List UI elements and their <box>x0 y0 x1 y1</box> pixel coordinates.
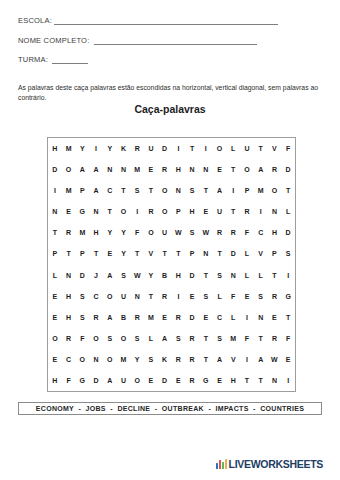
grid-cell-r9c11[interactable]: D <box>185 307 199 328</box>
grid-cell-r4c3[interactable]: G <box>75 201 89 222</box>
grid-cell-r10c11[interactable]: R <box>185 328 199 349</box>
grid-cell-r7c6[interactable]: S <box>117 265 131 286</box>
grid-cell-r9c5[interactable]: A <box>103 307 117 328</box>
grid-cell-r5c12[interactable]: W <box>199 222 213 243</box>
grid-cell-r4c5[interactable]: T <box>103 201 117 222</box>
grid-cell-r8c9[interactable]: R <box>158 286 172 307</box>
grid-cell-r3c10[interactable]: N <box>172 180 186 201</box>
worksheet-page: ESCOLA: NOME COMPLETO: TURMA: As palavra… <box>0 0 340 480</box>
grid-cell-r2c1[interactable]: D <box>48 159 62 180</box>
grid-cell-r3c17[interactable]: O <box>268 180 282 201</box>
grid-cell-r8c13[interactable]: L <box>213 286 227 307</box>
grid-cell-r12c5[interactable]: A <box>103 370 117 391</box>
grid-cell-r1c13[interactable]: O <box>213 138 227 159</box>
instructions-text: As palavras deste caça palavras estão es… <box>18 83 324 103</box>
grid-cell-r3c12[interactable]: T <box>199 180 213 201</box>
grid-cell-r9c2[interactable]: H <box>62 307 76 328</box>
grid-cell-r12c10[interactable]: E <box>172 370 186 391</box>
grid-cell-r12c7[interactable]: O <box>130 370 144 391</box>
grid-cell-r10c4[interactable]: O <box>89 328 103 349</box>
grid-cell-r9c7[interactable]: R <box>130 307 144 328</box>
grid-cell-r3c16[interactable]: M <box>254 180 268 201</box>
grid-cell-r1c6[interactable]: K <box>117 138 131 159</box>
grid-cell-r2c15[interactable]: O <box>240 159 254 180</box>
grid-cell-r7c3[interactable]: D <box>75 265 89 286</box>
grid-cell-r12c14[interactable]: H <box>226 370 240 391</box>
grid-cell-r11c6[interactable]: M <box>117 349 131 370</box>
grid-cell-r3c15[interactable]: P <box>240 180 254 201</box>
grid-cell-r7c18[interactable]: I <box>281 265 295 286</box>
grid-cell-r6c10[interactable]: T <box>172 243 186 264</box>
grid-cell-r5c10[interactable]: W <box>172 222 186 243</box>
grid-cell-r11c1[interactable]: E <box>48 349 62 370</box>
grid-cell-r4c17[interactable]: N <box>268 201 282 222</box>
grid-cell-r6c3[interactable]: P <box>75 243 89 264</box>
grid-cell-r9c10[interactable]: R <box>172 307 186 328</box>
grid-cell-r3c13[interactable]: A <box>213 180 227 201</box>
grid-cell-r2c9[interactable]: R <box>158 159 172 180</box>
grid-cell-r1c3[interactable]: Y <box>75 138 89 159</box>
grid-cell-r3c8[interactable]: T <box>144 180 158 201</box>
grid-cell-r3c18[interactable]: T <box>281 180 295 201</box>
grid-cell-r6c17[interactable]: P <box>268 243 282 264</box>
grid-cell-r4c6[interactable]: O <box>117 201 131 222</box>
grid-cell-r7c11[interactable]: D <box>185 265 199 286</box>
grid-cell-r4c2[interactable]: E <box>62 201 76 222</box>
grid-cell-r2c14[interactable]: T <box>226 159 240 180</box>
grid-cell-r7c4[interactable]: J <box>89 265 103 286</box>
grid-cell-r12c17[interactable]: N <box>268 370 282 391</box>
liveworksheets-logo[interactable]: LIVEWORKSHEETS <box>216 458 323 470</box>
grid-cell-r8c17[interactable]: R <box>268 286 282 307</box>
grid-cell-r3c6[interactable]: T <box>117 180 131 201</box>
grid-cell-r2c6[interactable]: N <box>117 159 131 180</box>
grid-cell-r11c9[interactable]: K <box>158 349 172 370</box>
grid-cell-r6c13[interactable]: T <box>213 243 227 264</box>
grid-cell-r12c15[interactable]: T <box>240 370 254 391</box>
grid-cell-r1c11[interactable]: T <box>185 138 199 159</box>
grid-cell-r4c4[interactable]: N <box>89 201 103 222</box>
grid-cell-r7c5[interactable]: A <box>103 265 117 286</box>
grid-cell-r3c4[interactable]: A <box>89 180 103 201</box>
grid-cell-r3c5[interactable]: C <box>103 180 117 201</box>
grid-cell-r6c2[interactable]: T <box>62 243 76 264</box>
grid-cell-r7c13[interactable]: S <box>213 265 227 286</box>
grid-cell-r7c12[interactable]: T <box>199 265 213 286</box>
school-row: ESCOLA: <box>18 16 278 25</box>
grid-cell-r1c14[interactable]: L <box>226 138 240 159</box>
grid-cell-r8c16[interactable]: S <box>254 286 268 307</box>
grid-cell-r12c8[interactable]: E <box>144 370 158 391</box>
grid-cell-r12c2[interactable]: F <box>62 370 76 391</box>
grid-cell-r5c3[interactable]: M <box>75 222 89 243</box>
grid-cell-r8c8[interactable]: T <box>144 286 158 307</box>
grid-cell-r1c2[interactable]: M <box>62 138 76 159</box>
grid-cell-r9c12[interactable]: E <box>199 307 213 328</box>
grid-cell-r9c6[interactable]: B <box>117 307 131 328</box>
grid-cell-r5c11[interactable]: S <box>185 222 199 243</box>
grid-cell-r11c15[interactable]: I <box>240 349 254 370</box>
grid-cell-r1c8[interactable]: U <box>144 138 158 159</box>
grid-cell-r10c6[interactable]: O <box>117 328 131 349</box>
grid-cell-r7c15[interactable]: L <box>240 265 254 286</box>
grid-cell-r6c5[interactable]: E <box>103 243 117 264</box>
grid-cell-r4c8[interactable]: R <box>144 201 158 222</box>
grid-cell-r8c4[interactable]: C <box>89 286 103 307</box>
grid-cell-r6c11[interactable]: P <box>185 243 199 264</box>
class-row: TURMA: <box>18 55 88 64</box>
name-blank-field[interactable] <box>94 36 257 45</box>
grid-cell-r12c11[interactable]: R <box>185 370 199 391</box>
grid-cell-r10c14[interactable]: M <box>226 328 240 349</box>
grid-cell-r5c5[interactable]: Y <box>103 222 117 243</box>
grid-cell-r7c1[interactable]: L <box>48 265 62 286</box>
grid-cell-r6c14[interactable]: D <box>226 243 240 264</box>
grid-cell-r6c15[interactable]: L <box>240 243 254 264</box>
grid-cell-r8c12[interactable]: S <box>199 286 213 307</box>
grid-cell-r10c13[interactable]: S <box>213 328 227 349</box>
grid-cell-r11c11[interactable]: R <box>185 349 199 370</box>
grid-cell-r2c17[interactable]: R <box>268 159 282 180</box>
grid-cell-r1c10[interactable]: I <box>172 138 186 159</box>
grid-cell-r7c16[interactable]: L <box>254 265 268 286</box>
grid-cell-r5c16[interactable]: C <box>254 222 268 243</box>
grid-cell-r12c3[interactable]: G <box>75 370 89 391</box>
grid-cell-r6c16[interactable]: V <box>254 243 268 264</box>
grid-cell-r11c10[interactable]: R <box>172 349 186 370</box>
liveworksheets-bars-icon <box>216 459 227 469</box>
grid-cell-r7c17[interactable]: T <box>268 265 282 286</box>
grid-cell-r12c13[interactable]: E <box>213 370 227 391</box>
grid-cell-r9c14[interactable]: L <box>226 307 240 328</box>
grid-cell-r8c2[interactable]: H <box>62 286 76 307</box>
grid-cell-r5c9[interactable]: U <box>158 222 172 243</box>
grid-cell-r9c9[interactable]: E <box>158 307 172 328</box>
grid-cell-r5c18[interactable]: D <box>281 222 295 243</box>
name-row: NOME COMPLETO: <box>18 36 257 45</box>
grid-cell-r6c7[interactable]: T <box>130 243 144 264</box>
grid-cell-r4c18[interactable]: L <box>281 201 295 222</box>
grid-cell-r10c10[interactable]: S <box>172 328 186 349</box>
grid-cell-r7c14[interactable]: N <box>226 265 240 286</box>
grid-cell-r6c1[interactable]: P <box>48 243 62 264</box>
grid-cell-r10c9[interactable]: A <box>158 328 172 349</box>
grid-cell-r5c7[interactable]: F <box>130 222 144 243</box>
grid-cell-r6c18[interactable]: S <box>281 243 295 264</box>
grid-cell-r2c13[interactable]: E <box>213 159 227 180</box>
grid-cell-r10c15[interactable]: F <box>240 328 254 349</box>
grid-cell-r9c4[interactable]: R <box>89 307 103 328</box>
grid-cell-r10c17[interactable]: R <box>268 328 282 349</box>
liveworksheets-logo-text: LIVEWORKSHEETS <box>229 458 323 470</box>
grid-cell-r1c17[interactable]: V <box>268 138 282 159</box>
grid-cell-r9c16[interactable]: N <box>254 307 268 328</box>
grid-cell-r3c7[interactable]: S <box>130 180 144 201</box>
grid-cell-r11c7[interactable]: Y <box>130 349 144 370</box>
grid-cell-r11c17[interactable]: W <box>268 349 282 370</box>
class-blank-field[interactable] <box>52 55 88 64</box>
grid-cell-r2c11[interactable]: N <box>185 159 199 180</box>
school-label: ESCOLA: <box>18 16 52 25</box>
grid-cell-r3c9[interactable]: O <box>158 180 172 201</box>
grid-cell-r6c6[interactable]: Y <box>117 243 131 264</box>
grid-cell-r5c2[interactable]: R <box>62 222 76 243</box>
grid-cell-r3c1[interactable]: I <box>48 180 62 201</box>
grid-cell-r8c5[interactable]: O <box>103 286 117 307</box>
grid-cell-r11c18[interactable]: E <box>281 349 295 370</box>
grid-cell-r5c14[interactable]: R <box>226 222 240 243</box>
grid-cell-r10c5[interactable]: S <box>103 328 117 349</box>
grid-cell-r12c16[interactable]: T <box>254 370 268 391</box>
grid-cell-r11c14[interactable]: V <box>226 349 240 370</box>
grid-cell-r8c10[interactable]: I <box>172 286 186 307</box>
grid-cell-r4c9[interactable]: O <box>158 201 172 222</box>
grid-cell-r10c2[interactable]: R <box>62 328 76 349</box>
grid-cell-r2c3[interactable]: A <box>75 159 89 180</box>
grid-cell-r12c4[interactable]: D <box>89 370 103 391</box>
grid-cell-r10c7[interactable]: S <box>130 328 144 349</box>
name-label: NOME COMPLETO: <box>18 36 92 45</box>
grid-cell-r8c7[interactable]: N <box>130 286 144 307</box>
grid-cell-r9c13[interactable]: C <box>213 307 227 328</box>
grid-cell-r6c8[interactable]: V <box>144 243 158 264</box>
grid-cell-r8c1[interactable]: E <box>48 286 62 307</box>
grid-cell-r8c6[interactable]: U <box>117 286 131 307</box>
grid-cell-r6c12[interactable]: N <box>199 243 213 264</box>
grid-cell-r11c3[interactable]: O <box>75 349 89 370</box>
grid-cell-r5c6[interactable]: Y <box>117 222 131 243</box>
grid-cell-r3c3[interactable]: P <box>75 180 89 201</box>
grid-cell-r5c15[interactable]: F <box>240 222 254 243</box>
grid-cell-r8c15[interactable]: E <box>240 286 254 307</box>
grid-cell-r6c4[interactable]: T <box>89 243 103 264</box>
grid-cell-r10c16[interactable]: T <box>254 328 268 349</box>
grid-cell-r4c14[interactable]: T <box>226 201 240 222</box>
grid-cell-r10c18[interactable]: F <box>281 328 295 349</box>
grid-cell-r9c18[interactable]: T <box>281 307 295 328</box>
grid-cell-r2c18[interactable]: D <box>281 159 295 180</box>
word-list-box: ECONOMY - JOBS - DECLINE - OUTBREAK - IM… <box>18 402 322 415</box>
grid-cell-r2c5[interactable]: N <box>103 159 117 180</box>
grid-cell-r2c4[interactable]: A <box>89 159 103 180</box>
grid-cell-r2c8[interactable]: E <box>144 159 158 180</box>
school-blank-field[interactable] <box>54 16 278 25</box>
word-list-text: ECONOMY - JOBS - DECLINE - OUTBREAK - IM… <box>36 405 304 412</box>
grid-cell-r12c1[interactable]: H <box>48 370 62 391</box>
grid-cell-r5c17[interactable]: H <box>268 222 282 243</box>
grid-cell-r1c12[interactable]: I <box>199 138 213 159</box>
grid-cell-r4c11[interactable]: H <box>185 201 199 222</box>
grid-cell-r12c9[interactable]: D <box>158 370 172 391</box>
grid-cell-r11c4[interactable]: N <box>89 349 103 370</box>
grid-cell-r3c14[interactable]: I <box>226 180 240 201</box>
grid-cell-r1c4[interactable]: I <box>89 138 103 159</box>
grid-cell-r10c8[interactable]: L <box>144 328 158 349</box>
grid-cell-r10c3[interactable]: F <box>75 328 89 349</box>
grid-cell-r11c5[interactable]: O <box>103 349 117 370</box>
grid-cell-r7c9[interactable]: B <box>158 265 172 286</box>
grid-cell-r12c6[interactable]: U <box>117 370 131 391</box>
grid-cell-r5c8[interactable]: O <box>144 222 158 243</box>
grid-cell-r4c10[interactable]: P <box>172 201 186 222</box>
grid-cell-r4c15[interactable]: R <box>240 201 254 222</box>
grid-cell-r7c10[interactable]: H <box>172 265 186 286</box>
grid-cell-r9c17[interactable]: E <box>268 307 282 328</box>
grid-cell-r4c1[interactable]: N <box>48 201 62 222</box>
grid-cell-r3c11[interactable]: S <box>185 180 199 201</box>
grid-cell-r10c12[interactable]: T <box>199 328 213 349</box>
grid-cell-r2c2[interactable]: O <box>62 159 76 180</box>
grid-cell-r4c12[interactable]: E <box>199 201 213 222</box>
grid-cell-r3c2[interactable]: M <box>62 180 76 201</box>
grid-cell-r11c13[interactable]: A <box>213 349 227 370</box>
class-label: TURMA: <box>18 55 50 64</box>
grid-cell-r2c12[interactable]: N <box>199 159 213 180</box>
grid-cell-r1c5[interactable]: Y <box>103 138 117 159</box>
grid-cell-r10c1[interactable]: O <box>48 328 62 349</box>
grid-cell-r7c7[interactable]: W <box>130 265 144 286</box>
grid-cell-r4c16[interactable]: I <box>254 201 268 222</box>
grid-cell-r7c2[interactable]: N <box>62 265 76 286</box>
grid-cell-r4c13[interactable]: U <box>213 201 227 222</box>
grid-cell-r1c18[interactable]: F <box>281 138 295 159</box>
grid-cell-r5c13[interactable]: R <box>213 222 227 243</box>
grid-cell-r5c1[interactable]: T <box>48 222 62 243</box>
grid-cell-r9c3[interactable]: S <box>75 307 89 328</box>
grid-cell-r4c7[interactable]: I <box>130 201 144 222</box>
grid-cell-r2c10[interactable]: H <box>172 159 186 180</box>
grid-cell-r9c8[interactable]: M <box>144 307 158 328</box>
grid-cell-r8c11[interactable]: E <box>185 286 199 307</box>
grid-cell-r1c7[interactable]: R <box>130 138 144 159</box>
grid-cell-r11c16[interactable]: A <box>254 349 268 370</box>
grid-cell-r2c7[interactable]: M <box>130 159 144 180</box>
grid-cell-r5c4[interactable]: H <box>89 222 103 243</box>
grid-cell-r1c9[interactable]: D <box>158 138 172 159</box>
grid-cell-r1c16[interactable]: T <box>254 138 268 159</box>
grid-cell-r11c12[interactable]: T <box>199 349 213 370</box>
grid-cell-r9c1[interactable]: E <box>48 307 62 328</box>
grid-cell-r12c12[interactable]: G <box>199 370 213 391</box>
page-title: Caça-palavras <box>0 103 340 115</box>
grid-cell-r9c15[interactable]: I <box>240 307 254 328</box>
word-search-grid[interactable]: HMYIYKRUDITIOLUTVFDOAANNMERHNNETOARDIMPA… <box>47 137 296 392</box>
grid-cell-r7c8[interactable]: Y <box>144 265 158 286</box>
grid-cell-r2c16[interactable]: A <box>254 159 268 180</box>
grid-cell-r8c14[interactable]: F <box>226 286 240 307</box>
grid-cell-r1c1[interactable]: H <box>48 138 62 159</box>
grid-cell-r12c18[interactable]: I <box>281 370 295 391</box>
grid-cell-r11c8[interactable]: S <box>144 349 158 370</box>
grid-cell-r11c2[interactable]: C <box>62 349 76 370</box>
grid-cell-r6c9[interactable]: T <box>158 243 172 264</box>
grid-cell-r8c18[interactable]: G <box>281 286 295 307</box>
grid-cell-r1c15[interactable]: U <box>240 138 254 159</box>
grid-cell-r8c3[interactable]: S <box>75 286 89 307</box>
